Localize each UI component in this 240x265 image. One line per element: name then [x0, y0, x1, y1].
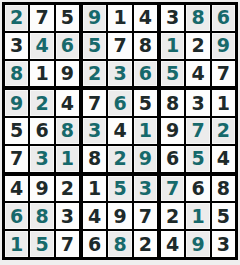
cell-r9c9[interactable]: 3 — [212, 231, 235, 257]
cell-r8c4[interactable]: 4 — [83, 203, 106, 229]
cell-r6c6: 9 — [134, 146, 157, 172]
box-7: 492683157 — [5, 176, 79, 257]
cell-r9c2: 5 — [30, 231, 53, 257]
cell-r8c7[interactable]: 2 — [161, 203, 184, 229]
box-2: 914578236 — [83, 5, 157, 86]
cell-r1c3[interactable]: 5 — [56, 5, 79, 31]
cell-r9c8: 9 — [186, 231, 209, 257]
cell-r3c6: 6 — [134, 61, 157, 87]
cell-r8c6[interactable]: 7 — [134, 203, 157, 229]
cell-r6c4[interactable]: 8 — [83, 146, 106, 172]
cell-r1c7[interactable]: 3 — [161, 5, 184, 31]
cell-r9c7[interactable]: 4 — [161, 231, 184, 257]
cell-r3c5: 3 — [108, 61, 131, 87]
cell-r5c7[interactable]: 9 — [161, 118, 184, 144]
sudoku-page: 2753468199145782363861295479245687317653… — [0, 0, 240, 265]
cell-r4c1: 9 — [5, 90, 28, 116]
cell-r1c9: 6 — [212, 5, 235, 31]
cell-r5c2[interactable]: 6 — [30, 118, 53, 144]
box-1: 275346819 — [5, 5, 79, 86]
cell-r1c2[interactable]: 7 — [30, 5, 53, 31]
cell-r6c2: 3 — [30, 146, 53, 172]
cell-r5c4: 3 — [83, 118, 106, 144]
cell-r2c6[interactable]: 8 — [134, 33, 157, 59]
cell-r7c8[interactable]: 6 — [186, 176, 209, 202]
cell-r6c9[interactable]: 4 — [212, 146, 235, 172]
cell-r4c3[interactable]: 4 — [56, 90, 79, 116]
cell-r7c5: 5 — [108, 176, 131, 202]
cell-r5c1[interactable]: 5 — [5, 118, 28, 144]
box-6: 831972654 — [161, 90, 235, 171]
cell-r3c1: 8 — [5, 61, 28, 87]
cell-r6c1[interactable]: 7 — [5, 146, 28, 172]
cell-r9c1: 1 — [5, 231, 28, 257]
cell-r7c2[interactable]: 9 — [30, 176, 53, 202]
box-8: 153497682 — [83, 176, 157, 257]
cell-r7c4[interactable]: 1 — [83, 176, 106, 202]
cell-r8c5[interactable]: 9 — [108, 203, 131, 229]
cell-r7c1[interactable]: 4 — [5, 176, 28, 202]
cell-r5c5[interactable]: 4 — [108, 118, 131, 144]
cell-r8c9[interactable]: 5 — [212, 203, 235, 229]
cell-r4c7[interactable]: 8 — [161, 90, 184, 116]
box-3: 386129547 — [161, 5, 235, 86]
cell-r7c9[interactable]: 8 — [212, 176, 235, 202]
cell-r9c3[interactable]: 7 — [56, 231, 79, 257]
cell-r8c3[interactable]: 3 — [56, 203, 79, 229]
cell-r2c8[interactable]: 2 — [186, 33, 209, 59]
cell-r2c3: 6 — [56, 33, 79, 59]
cell-r6c3: 1 — [56, 146, 79, 172]
cell-r4c2: 2 — [30, 90, 53, 116]
cell-r4c5: 6 — [108, 90, 131, 116]
cell-r9c4[interactable]: 6 — [83, 231, 106, 257]
cell-r4c9[interactable]: 1 — [212, 90, 235, 116]
cell-r2c9: 9 — [212, 33, 235, 59]
cell-r5c8: 7 — [186, 118, 209, 144]
cell-r7c3[interactable]: 2 — [56, 176, 79, 202]
cell-r5c6: 1 — [134, 118, 157, 144]
cell-r9c6[interactable]: 2 — [134, 231, 157, 257]
cell-r2c7: 1 — [161, 33, 184, 59]
cell-r3c3[interactable]: 9 — [56, 61, 79, 87]
cell-r2c4: 5 — [83, 33, 106, 59]
cell-r3c4: 2 — [83, 61, 106, 87]
cell-r3c9[interactable]: 7 — [212, 61, 235, 87]
cell-r4c8[interactable]: 3 — [186, 90, 209, 116]
cell-r1c4: 9 — [83, 5, 106, 31]
cell-r8c8: 1 — [186, 203, 209, 229]
cell-r2c5[interactable]: 7 — [108, 33, 131, 59]
cell-r5c9: 2 — [212, 118, 235, 144]
cell-r6c8: 5 — [186, 146, 209, 172]
cell-r1c5[interactable]: 1 — [108, 5, 131, 31]
box-5: 765341829 — [83, 90, 157, 171]
box-4: 924568731 — [5, 90, 79, 171]
cell-r6c7[interactable]: 6 — [161, 146, 184, 172]
cell-r2c2: 4 — [30, 33, 53, 59]
cell-r7c6: 3 — [134, 176, 157, 202]
cell-r4c4[interactable]: 7 — [83, 90, 106, 116]
cell-r3c2[interactable]: 1 — [30, 61, 53, 87]
cell-r2c1[interactable]: 3 — [5, 33, 28, 59]
box-9: 768215493 — [161, 176, 235, 257]
cell-r8c1: 6 — [5, 203, 28, 229]
cell-r9c5: 8 — [108, 231, 131, 257]
cell-r5c3: 8 — [56, 118, 79, 144]
cell-r3c8[interactable]: 4 — [186, 61, 209, 87]
cell-r1c8: 8 — [186, 5, 209, 31]
cell-r3c7: 5 — [161, 61, 184, 87]
cell-r4c6[interactable]: 5 — [134, 90, 157, 116]
cell-r8c2: 8 — [30, 203, 53, 229]
cell-r1c1: 2 — [5, 5, 28, 31]
sudoku-board: 2753468199145782363861295479245687317653… — [2, 2, 238, 260]
cell-r7c7: 7 — [161, 176, 184, 202]
cell-r1c6[interactable]: 4 — [134, 5, 157, 31]
cell-r6c5: 2 — [108, 146, 131, 172]
